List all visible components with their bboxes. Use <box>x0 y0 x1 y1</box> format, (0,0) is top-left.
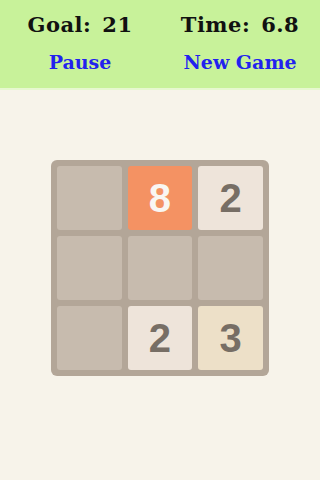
pause-button[interactable]: Pause <box>0 51 160 73</box>
goal-stat: Goal:21 <box>0 12 160 37</box>
goal-value: 21 <box>102 12 132 37</box>
tile-2: 2 <box>198 166 263 230</box>
header-stats-row: Goal:21 Time:6.8 <box>0 6 320 43</box>
app-screen: Goal:21 Time:6.8 Pause New Game 8223 <box>0 0 320 480</box>
header: Goal:21 Time:6.8 Pause New Game <box>0 0 320 90</box>
time-label: Time: <box>181 12 250 37</box>
empty-cell <box>57 306 122 370</box>
tile-8: 8 <box>128 166 193 230</box>
empty-cell <box>57 236 122 300</box>
tile-3: 3 <box>198 306 263 370</box>
empty-cell <box>128 236 193 300</box>
empty-cell <box>198 236 263 300</box>
game-board[interactable]: 8223 <box>51 160 269 376</box>
time-stat: Time:6.8 <box>160 12 320 37</box>
empty-cell <box>57 166 122 230</box>
header-buttons-row: Pause New Game <box>0 43 320 80</box>
new-game-button[interactable]: New Game <box>160 51 320 73</box>
tile-2: 2 <box>128 306 193 370</box>
goal-label: Goal: <box>27 12 91 37</box>
time-value: 6.8 <box>261 12 299 37</box>
